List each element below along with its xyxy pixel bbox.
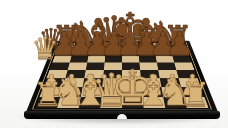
square-c6: [87, 55, 105, 62]
square-h4: [176, 70, 197, 78]
square-f5: [139, 63, 158, 71]
square-d5: [104, 63, 122, 71]
square-h1: [184, 97, 209, 108]
square-e3: [122, 78, 142, 87]
square-f4: [140, 70, 160, 78]
square-d6: [105, 55, 122, 62]
chess-set-photo: ♜♞♝♛♚♝♞♜♟♟♟♟♟♟♟♟♟♟♟♟♟♟♟♟♜♞♝♛♚♝♞♜♛♛: [0, 0, 228, 128]
square-f1: [143, 97, 166, 108]
square-f2: [142, 87, 164, 97]
square-e2: [122, 87, 143, 97]
square-g2: [161, 87, 183, 97]
square-d3: [102, 78, 122, 87]
square-c5: [86, 63, 105, 71]
square-b4: [65, 70, 85, 78]
square-c2: [81, 87, 103, 97]
square-b6: [70, 55, 89, 62]
square-b2: [60, 87, 82, 97]
square-h5: [174, 63, 194, 71]
square-g6: [156, 55, 175, 62]
square-h6: [172, 55, 191, 62]
square-h3: [179, 78, 201, 87]
square-c4: [84, 70, 104, 78]
square-e4: [122, 70, 141, 78]
square-g1: [163, 97, 187, 108]
square-c1: [79, 97, 102, 108]
square-d1: [100, 97, 122, 108]
square-h2: [181, 87, 204, 97]
board-squares: [36, 43, 209, 108]
board-inlay-line: [32, 42, 212, 109]
square-f3: [141, 78, 162, 87]
square-g5: [157, 63, 177, 71]
chess-board: [26, 41, 218, 112]
board-center-notch: [117, 114, 127, 119]
square-f6: [139, 55, 157, 62]
square-e1: [122, 97, 144, 108]
square-b1: [57, 97, 81, 108]
square-g4: [158, 70, 178, 78]
square-b3: [63, 78, 84, 87]
square-c3: [83, 78, 104, 87]
square-b5: [68, 63, 88, 71]
square-d2: [101, 87, 122, 97]
square-d4: [103, 70, 122, 78]
square-e5: [122, 63, 140, 71]
square-e6: [122, 55, 139, 62]
square-g3: [160, 78, 181, 87]
